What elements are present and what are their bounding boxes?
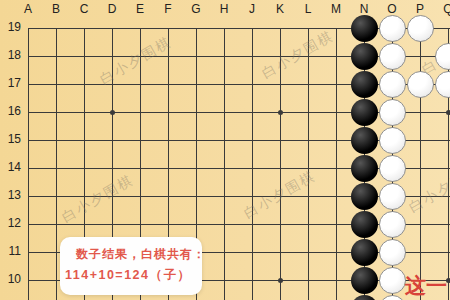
grid-line-col-A xyxy=(28,28,29,300)
stone-white-Q17 xyxy=(435,71,450,98)
bottom-right-caption: 这一 xyxy=(405,272,447,300)
col-label-L: L xyxy=(298,2,318,16)
star-point-Q16 xyxy=(446,110,450,115)
row-label-14: 14 xyxy=(0,160,21,174)
grid-line-col-H xyxy=(224,28,225,300)
stone-black-N15 xyxy=(351,127,378,154)
stone-white-O11 xyxy=(379,239,406,266)
col-label-M: M xyxy=(326,2,346,16)
row-label-10: 10 xyxy=(0,272,21,286)
row-label-18: 18 xyxy=(0,48,21,62)
col-label-C: C xyxy=(74,2,94,16)
stone-black-N9 xyxy=(351,295,378,300)
col-label-K: K xyxy=(270,2,290,16)
stone-white-P17 xyxy=(407,71,434,98)
row-label-16: 16 xyxy=(0,104,21,118)
stone-white-O14 xyxy=(379,155,406,182)
stone-white-O9 xyxy=(379,295,406,300)
stone-white-O18 xyxy=(379,43,406,70)
stone-white-O12 xyxy=(379,211,406,238)
watermark: 白小夕围棋 xyxy=(259,27,337,83)
stone-black-N17 xyxy=(351,71,378,98)
grid-line-col-L xyxy=(308,28,309,300)
counting-result-line2: 114+10=124（子） xyxy=(65,267,202,284)
counting-result-line1: 数子结果，白棋共有： xyxy=(76,246,202,263)
col-label-F: F xyxy=(158,2,178,16)
stone-white-O15 xyxy=(379,127,406,154)
stone-black-N12 xyxy=(351,211,378,238)
stone-black-N16 xyxy=(351,99,378,126)
stone-white-O10 xyxy=(379,267,406,294)
stone-black-N13 xyxy=(351,183,378,210)
col-label-Q: Q xyxy=(438,2,450,16)
stone-white-O19 xyxy=(379,15,406,42)
row-label-17: 17 xyxy=(0,76,21,90)
col-label-P: P xyxy=(410,2,430,16)
col-label-O: O xyxy=(382,2,402,16)
row-label-19: 19 xyxy=(0,20,21,34)
col-label-D: D xyxy=(102,2,122,16)
col-label-G: G xyxy=(186,2,206,16)
col-label-N: N xyxy=(354,2,374,16)
col-label-E: E xyxy=(130,2,150,16)
star-point-K10 xyxy=(278,278,283,283)
stone-white-O13 xyxy=(379,183,406,210)
col-label-J: J xyxy=(242,2,262,16)
row-label-12: 12 xyxy=(0,216,21,230)
row-label-11: 11 xyxy=(0,244,21,258)
watermark: 白小夕围棋 xyxy=(97,33,175,89)
grid-line-col-P xyxy=(420,28,421,300)
row-label-15: 15 xyxy=(0,132,21,146)
watermark: 白小夕围棋 xyxy=(406,161,450,217)
counting-result-box: 数子结果，白棋共有： 114+10=124（子） xyxy=(60,237,202,295)
stone-black-N14 xyxy=(351,155,378,182)
stone-white-O17 xyxy=(379,71,406,98)
stone-white-P19 xyxy=(407,15,434,42)
stone-black-N11 xyxy=(351,239,378,266)
stone-black-N18 xyxy=(351,43,378,70)
col-label-B: B xyxy=(46,2,66,16)
grid-line-col-J xyxy=(252,28,253,300)
stone-white-O16 xyxy=(379,99,406,126)
row-label-13: 13 xyxy=(0,188,21,202)
col-label-A: A xyxy=(18,2,38,16)
stone-black-N10 xyxy=(351,267,378,294)
grid-line-col-M xyxy=(336,28,337,300)
star-point-K16 xyxy=(278,110,283,115)
col-label-H: H xyxy=(214,2,234,16)
grid-line-col-B xyxy=(56,28,57,300)
stone-black-N19 xyxy=(351,15,378,42)
watermark: 白小夕围棋 xyxy=(59,171,137,227)
star-point-D16 xyxy=(110,110,115,115)
